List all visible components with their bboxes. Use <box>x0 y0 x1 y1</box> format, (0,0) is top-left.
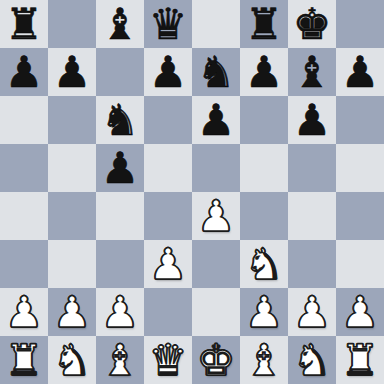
square-c2[interactable]: ♟ <box>96 288 144 336</box>
square-d1[interactable]: ♛ <box>144 336 192 384</box>
square-f3[interactable]: ♞ <box>240 240 288 288</box>
square-a4[interactable] <box>0 192 48 240</box>
black-pawn[interactable]: ♟ <box>48 48 96 96</box>
square-b1[interactable]: ♞ <box>48 336 96 384</box>
square-f2[interactable]: ♟ <box>240 288 288 336</box>
black-pawn[interactable]: ♟ <box>144 48 192 96</box>
black-knight[interactable]: ♞ <box>96 96 144 144</box>
square-g4[interactable] <box>288 192 336 240</box>
square-a2[interactable]: ♟ <box>0 288 48 336</box>
square-a3[interactable] <box>0 240 48 288</box>
square-g6[interactable]: ♟ <box>288 96 336 144</box>
square-b4[interactable] <box>48 192 96 240</box>
white-pawn[interactable]: ♟ <box>0 288 48 336</box>
square-b8[interactable] <box>48 0 96 48</box>
square-g2[interactable]: ♟ <box>288 288 336 336</box>
white-pawn[interactable]: ♟ <box>240 288 288 336</box>
square-b2[interactable]: ♟ <box>48 288 96 336</box>
square-c1[interactable]: ♝ <box>96 336 144 384</box>
square-c7[interactable] <box>96 48 144 96</box>
square-h1[interactable]: ♜ <box>336 336 384 384</box>
black-rook[interactable]: ♜ <box>0 0 48 48</box>
square-f5[interactable] <box>240 144 288 192</box>
black-bishop[interactable]: ♝ <box>288 48 336 96</box>
white-pawn[interactable]: ♟ <box>192 192 240 240</box>
white-king[interactable]: ♚ <box>192 336 240 384</box>
white-knight[interactable]: ♞ <box>48 336 96 384</box>
black-pawn[interactable]: ♟ <box>192 96 240 144</box>
white-pawn[interactable]: ♟ <box>336 288 384 336</box>
white-pawn[interactable]: ♟ <box>288 288 336 336</box>
square-d2[interactable] <box>144 288 192 336</box>
white-queen[interactable]: ♛ <box>144 336 192 384</box>
square-d6[interactable] <box>144 96 192 144</box>
square-a6[interactable] <box>0 96 48 144</box>
black-pawn[interactable]: ♟ <box>240 48 288 96</box>
white-pawn[interactable]: ♟ <box>48 288 96 336</box>
square-a7[interactable]: ♟ <box>0 48 48 96</box>
square-e1[interactable]: ♚ <box>192 336 240 384</box>
square-h2[interactable]: ♟ <box>336 288 384 336</box>
square-c6[interactable]: ♞ <box>96 96 144 144</box>
square-d7[interactable]: ♟ <box>144 48 192 96</box>
white-bishop[interactable]: ♝ <box>96 336 144 384</box>
square-e7[interactable]: ♞ <box>192 48 240 96</box>
black-pawn[interactable]: ♟ <box>0 48 48 96</box>
white-rook[interactable]: ♜ <box>336 336 384 384</box>
square-c4[interactable] <box>96 192 144 240</box>
square-h3[interactable] <box>336 240 384 288</box>
black-rook[interactable]: ♜ <box>240 0 288 48</box>
square-d5[interactable] <box>144 144 192 192</box>
chess-board: ♜♝♛♜♚♟♟♟♞♟♝♟♞♟♟♟♟♟♞♟♟♟♟♟♟♜♞♝♛♚♝♞♜ <box>0 0 384 384</box>
white-bishop[interactable]: ♝ <box>240 336 288 384</box>
square-a5[interactable] <box>0 144 48 192</box>
square-c8[interactable]: ♝ <box>96 0 144 48</box>
black-knight[interactable]: ♞ <box>192 48 240 96</box>
square-a8[interactable]: ♜ <box>0 0 48 48</box>
white-knight[interactable]: ♞ <box>240 240 288 288</box>
square-b5[interactable] <box>48 144 96 192</box>
square-d3[interactable]: ♟ <box>144 240 192 288</box>
square-g5[interactable] <box>288 144 336 192</box>
black-pawn[interactable]: ♟ <box>336 48 384 96</box>
square-h4[interactable] <box>336 192 384 240</box>
black-pawn[interactable]: ♟ <box>288 96 336 144</box>
white-pawn[interactable]: ♟ <box>144 240 192 288</box>
square-f6[interactable] <box>240 96 288 144</box>
square-f1[interactable]: ♝ <box>240 336 288 384</box>
square-e6[interactable]: ♟ <box>192 96 240 144</box>
square-g3[interactable] <box>288 240 336 288</box>
square-g8[interactable]: ♚ <box>288 0 336 48</box>
square-a1[interactable]: ♜ <box>0 336 48 384</box>
black-pawn[interactable]: ♟ <box>96 144 144 192</box>
square-h8[interactable] <box>336 0 384 48</box>
white-knight[interactable]: ♞ <box>288 336 336 384</box>
square-h5[interactable] <box>336 144 384 192</box>
square-f4[interactable] <box>240 192 288 240</box>
square-e8[interactable] <box>192 0 240 48</box>
square-d8[interactable]: ♛ <box>144 0 192 48</box>
square-f8[interactable]: ♜ <box>240 0 288 48</box>
square-g1[interactable]: ♞ <box>288 336 336 384</box>
square-h7[interactable]: ♟ <box>336 48 384 96</box>
square-b7[interactable]: ♟ <box>48 48 96 96</box>
white-pawn[interactable]: ♟ <box>96 288 144 336</box>
black-king[interactable]: ♚ <box>288 0 336 48</box>
square-c3[interactable] <box>96 240 144 288</box>
square-e2[interactable] <box>192 288 240 336</box>
black-queen[interactable]: ♛ <box>144 0 192 48</box>
square-f7[interactable]: ♟ <box>240 48 288 96</box>
square-e3[interactable] <box>192 240 240 288</box>
square-b6[interactable] <box>48 96 96 144</box>
square-e5[interactable] <box>192 144 240 192</box>
white-rook[interactable]: ♜ <box>0 336 48 384</box>
square-h6[interactable] <box>336 96 384 144</box>
black-bishop[interactable]: ♝ <box>96 0 144 48</box>
square-b3[interactable] <box>48 240 96 288</box>
square-e4[interactable]: ♟ <box>192 192 240 240</box>
square-d4[interactable] <box>144 192 192 240</box>
square-g7[interactable]: ♝ <box>288 48 336 96</box>
square-c5[interactable]: ♟ <box>96 144 144 192</box>
